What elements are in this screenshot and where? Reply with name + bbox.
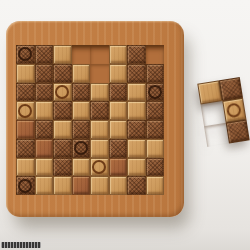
circle-mark-icon [148,85,162,99]
board-block-r8c5[interactable] [90,176,109,195]
board-block-r4c1[interactable] [16,101,35,120]
watermark [1,242,41,248]
board-block-r3c4[interactable] [72,83,91,102]
board-empty-cell-r1c8 [146,45,165,64]
board-block-r7c5[interactable] [90,158,109,177]
board-grid [16,45,164,195]
board-block-r4c6[interactable] [109,101,128,120]
board-block-r7c8[interactable] [146,158,165,177]
board-block-r7c4[interactable] [72,158,91,177]
circle-mark-icon [18,104,32,118]
circle-mark-icon [226,102,242,118]
board-block-r8c2[interactable] [35,176,54,195]
board-block-r1c7[interactable] [127,45,146,64]
board-block-r4c4[interactable] [72,101,91,120]
board-block-r2c2[interactable] [35,64,54,83]
board-block-r4c5[interactable] [90,101,109,120]
circle-mark-icon [55,85,69,99]
board-block-r6c1[interactable] [16,139,35,158]
board-block-r3c1[interactable] [16,83,35,102]
loose-puzzle-piece[interactable] [197,77,249,147]
circle-mark-icon [92,160,106,174]
board-block-r8c4[interactable] [72,176,91,195]
board-block-r8c1[interactable] [16,176,35,195]
board-block-r5c5[interactable] [90,120,109,139]
circle-mark-icon [18,179,32,193]
board-block-r5c6[interactable] [109,120,128,139]
board-block-r6c5[interactable] [90,139,109,158]
board-block-r1c6[interactable] [109,45,128,64]
board-block-r7c2[interactable] [35,158,54,177]
board-block-r8c6[interactable] [109,176,128,195]
circle-mark-icon [74,141,88,155]
board-block-r2c6[interactable] [109,64,128,83]
puzzle-board-frame [6,21,184,217]
board-block-r2c4[interactable] [72,64,91,83]
board-block-r3c5[interactable] [90,83,109,102]
board-block-r2c1[interactable] [16,64,35,83]
board-block-r2c8[interactable] [146,64,165,83]
piece-block-r3c2[interactable] [225,119,250,143]
board-block-r5c2[interactable] [35,120,54,139]
board-block-r6c2[interactable] [35,139,54,158]
circle-mark-icon [18,47,32,61]
board-recess-tray [16,45,164,195]
board-block-r5c8[interactable] [146,120,165,139]
board-block-r4c2[interactable] [35,101,54,120]
board-block-r8c8[interactable] [146,176,165,195]
board-block-r1c2[interactable] [35,45,54,64]
board-block-r3c2[interactable] [35,83,54,102]
board-block-r7c1[interactable] [16,158,35,177]
board-block-r5c3[interactable] [53,120,72,139]
board-block-r6c6[interactable] [109,139,128,158]
board-block-r3c3[interactable] [53,83,72,102]
board-block-r5c1[interactable] [16,120,35,139]
board-block-r4c8[interactable] [146,101,165,120]
board-block-r5c7[interactable] [127,120,146,139]
board-block-r6c8[interactable] [146,139,165,158]
board-block-r4c3[interactable] [53,101,72,120]
board-empty-cell-r2c5 [90,64,109,83]
board-block-r2c7[interactable] [127,64,146,83]
board-empty-cell-r1c4 [72,45,91,64]
board-block-r4c7[interactable] [127,101,146,120]
board-block-r6c7[interactable] [127,139,146,158]
board-block-r5c4[interactable] [72,120,91,139]
board-block-r6c4[interactable] [72,139,91,158]
photo-stage [0,0,250,250]
board-block-r6c3[interactable] [53,139,72,158]
board-block-r1c1[interactable] [16,45,35,64]
board-empty-cell-r1c5 [90,45,109,64]
board-block-r8c7[interactable] [127,176,146,195]
board-block-r1c3[interactable] [53,45,72,64]
board-block-r2c3[interactable] [53,64,72,83]
board-block-r7c6[interactable] [109,158,128,177]
board-block-r3c7[interactable] [127,83,146,102]
board-block-r7c3[interactable] [53,158,72,177]
board-block-r8c3[interactable] [53,176,72,195]
board-block-r3c6[interactable] [109,83,128,102]
board-block-r3c8[interactable] [146,83,165,102]
board-block-r7c7[interactable] [127,158,146,177]
